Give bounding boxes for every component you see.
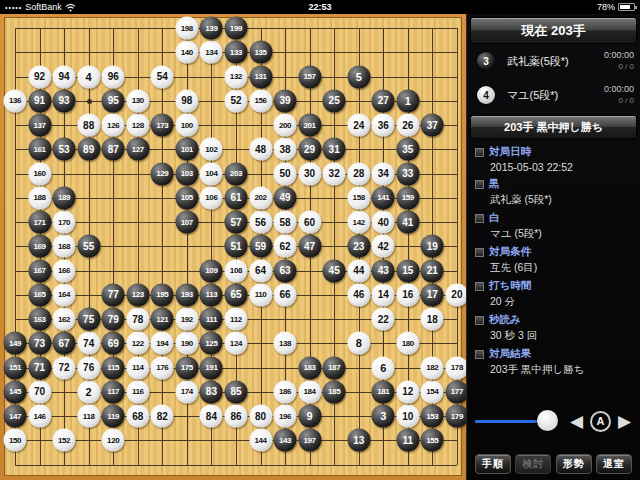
result-bar: 203手 黒中押し勝ち: [470, 115, 637, 139]
black-stone-1: 1: [396, 89, 419, 112]
black-stone-87: 87: [102, 138, 125, 161]
white-stone-158: 158: [347, 186, 370, 209]
bullet-icon: [475, 316, 484, 325]
black-stone-39: 39: [274, 89, 297, 112]
white-stone-126: 126: [102, 114, 125, 137]
white-stone-98: 98: [175, 89, 198, 112]
white-stone-12: 12: [396, 380, 419, 403]
black-stone-23: 23: [347, 235, 370, 258]
black-stone-121: 121: [151, 308, 174, 331]
white-stone-116: 116: [126, 380, 149, 403]
white-stone-108: 108: [224, 259, 247, 282]
white-stone-58: 58: [274, 211, 297, 234]
white-stone-150: 150: [4, 429, 27, 452]
black-stone-13: 13: [347, 429, 370, 452]
white-stone-16: 16: [396, 283, 419, 306]
white-stone-40: 40: [372, 211, 395, 234]
black-stone-71: 71: [28, 356, 51, 379]
white-stone-186: 186: [274, 380, 297, 403]
black-stone-31: 31: [323, 138, 346, 161]
black-stone-17: 17: [421, 283, 444, 306]
black-stone-45: 45: [323, 259, 346, 282]
black-stone-163: 163: [28, 308, 51, 331]
black-stone-183: 183: [298, 356, 321, 379]
white-stone-6: 6: [372, 356, 395, 379]
white-stone-170: 170: [53, 211, 76, 234]
bullet-icon: [475, 282, 484, 291]
black-player-name: 武礼薬(5段*): [507, 54, 569, 69]
white-stone-142: 142: [347, 211, 370, 234]
white-stone-178: 178: [445, 356, 468, 379]
player-row-white: 4 マユ(5段*) 0:00:00 0 / 0: [467, 78, 640, 112]
white-stone-176: 176: [151, 356, 174, 379]
black-stone-181: 181: [372, 380, 395, 403]
next-move-button[interactable]: ▶: [618, 413, 631, 430]
black-stone-25: 25: [323, 89, 346, 112]
black-stone-65: 65: [224, 283, 247, 306]
white-stone-138: 138: [274, 332, 297, 355]
white-stone-174: 174: [175, 380, 198, 403]
black-stone-107: 107: [175, 211, 198, 234]
white-stone-102: 102: [200, 138, 223, 161]
moves-button[interactable]: 手順: [475, 454, 511, 474]
white-stone-182: 182: [421, 356, 444, 379]
black-stone-161: 161: [28, 138, 51, 161]
black-stone-193: 193: [175, 283, 198, 306]
black-stone-135: 135: [249, 41, 272, 64]
bottom-button-row: 手順 検討 形勢 退室: [467, 454, 640, 474]
white-player-periods: 0 / 0: [604, 96, 634, 106]
white-stone-128: 128: [126, 114, 149, 137]
bullet-icon: [475, 148, 484, 157]
white-stone-160: 160: [28, 162, 51, 185]
black-stone-155: 155: [421, 429, 444, 452]
black-stone-11: 11: [396, 429, 419, 452]
white-stone-114: 114: [126, 356, 149, 379]
score-estimate-button[interactable]: 形勢: [556, 454, 592, 474]
black-stone-189: 189: [53, 186, 76, 209]
white-player-name: マユ(5段*): [507, 88, 558, 103]
white-stone-152: 152: [53, 429, 76, 452]
white-stone-4: 4: [77, 65, 100, 88]
black-stone-35: 35: [396, 138, 419, 161]
white-stone-88: 88: [77, 114, 100, 137]
black-stone-53: 53: [53, 138, 76, 161]
black-stone-59: 59: [249, 235, 272, 258]
white-stone-198: 198: [175, 17, 198, 40]
white-stone-22: 22: [372, 308, 395, 331]
white-stone-94: 94: [53, 65, 76, 88]
black-stone-197: 197: [298, 429, 321, 452]
white-stone-26: 26: [396, 114, 419, 137]
black-stone-145: 145: [4, 380, 27, 403]
info-item-conditions: 対局条件 互先 (6目): [475, 245, 632, 275]
white-stone-70: 70: [28, 380, 51, 403]
black-stone-143: 143: [274, 429, 297, 452]
black-stone-15: 15: [396, 259, 419, 282]
black-stone-173: 173: [151, 114, 174, 137]
white-stone-96: 96: [102, 65, 125, 88]
white-stone-92: 92: [28, 65, 51, 88]
black-stone-127: 127: [126, 138, 149, 161]
black-stone-171: 171: [28, 211, 51, 234]
black-stone-55: 55: [77, 235, 100, 258]
black-stone-133: 133: [224, 41, 247, 64]
leave-room-button[interactable]: 退室: [596, 454, 632, 474]
white-stone-86: 86: [224, 405, 247, 428]
black-stone-187: 187: [323, 356, 346, 379]
black-stone-195: 195: [151, 283, 174, 306]
black-stone-badge: 3: [477, 52, 495, 70]
white-stone-66: 66: [274, 283, 297, 306]
white-stone-20: 20: [445, 283, 468, 306]
black-stone-179: 179: [445, 405, 468, 428]
white-stone-72: 72: [53, 356, 76, 379]
white-stone-28: 28: [347, 162, 370, 185]
white-stone-64: 64: [249, 259, 272, 282]
board-frame: 1234568910111213141516171819202122232425…: [0, 14, 466, 480]
star-point: [87, 99, 92, 104]
black-stone-129: 129: [151, 162, 174, 185]
white-stone-188: 188: [28, 186, 51, 209]
white-stone-100: 100: [175, 114, 198, 137]
app-screen: ••••• SoftBank 22:53 78% 123456891011121…: [0, 0, 640, 480]
black-stone-89: 89: [77, 138, 100, 161]
white-stone-48: 48: [249, 138, 272, 161]
black-stone-153: 153: [421, 405, 444, 428]
info-item-byoyomi: 秒読み 30 秒 3 回: [475, 313, 632, 343]
white-stone-44: 44: [347, 259, 370, 282]
white-stone-166: 166: [53, 259, 76, 282]
black-stone-169: 169: [28, 235, 51, 258]
prev-move-button[interactable]: ◀: [570, 413, 583, 430]
white-stone-82: 82: [151, 405, 174, 428]
black-stone-77: 77: [102, 283, 125, 306]
black-stone-115: 115: [102, 356, 125, 379]
black-stone-185: 185: [323, 380, 346, 403]
white-stone-36: 36: [372, 114, 395, 137]
info-item-white: 白 マユ (5段*): [475, 211, 632, 241]
black-stone-47: 47: [298, 235, 321, 258]
white-stone-84: 84: [200, 405, 223, 428]
white-stone-196: 196: [274, 405, 297, 428]
white-stone-144: 144: [249, 429, 272, 452]
black-player-time: 0:00:00: [604, 50, 634, 61]
white-stone-52: 52: [224, 89, 247, 112]
white-stone-104: 104: [200, 162, 223, 185]
black-stone-21: 21: [421, 259, 444, 282]
white-stone-134: 134: [200, 41, 223, 64]
black-stone-203: 203: [224, 162, 247, 185]
white-stone-180: 180: [396, 332, 419, 355]
white-stone-184: 184: [298, 380, 321, 403]
black-stone-117: 117: [102, 380, 125, 403]
black-stone-175: 175: [175, 356, 198, 379]
info-item-result: 対局結果 203手 黒中押し勝ち: [475, 347, 632, 377]
auto-play-button[interactable]: A: [590, 411, 611, 432]
white-stone-136: 136: [4, 89, 27, 112]
game-info-list: 対局日時 2015-05-03 22:52 黒 武礼薬 (5段*) 白 マユ (…: [467, 139, 640, 377]
white-stone-140: 140: [175, 41, 198, 64]
move-slider[interactable]: [475, 410, 563, 432]
black-stone-57: 57: [224, 211, 247, 234]
black-stone-67: 67: [53, 332, 76, 355]
white-stone-112: 112: [224, 308, 247, 331]
black-stone-101: 101: [175, 138, 198, 161]
black-stone-29: 29: [298, 138, 321, 161]
white-stone-76: 76: [77, 356, 100, 379]
black-stone-19: 19: [421, 235, 444, 258]
white-stone-110: 110: [249, 283, 272, 306]
white-stone-124: 124: [224, 332, 247, 355]
black-stone-73: 73: [28, 332, 51, 355]
white-stone-74: 74: [77, 332, 100, 355]
black-stone-139: 139: [200, 17, 223, 40]
black-stone-69: 69: [102, 332, 125, 355]
white-stone-34: 34: [372, 162, 395, 185]
go-board[interactable]: 1234568910111213141516171819202122232425…: [4, 17, 462, 476]
white-stone-190: 190: [175, 332, 198, 355]
white-stone-62: 62: [274, 235, 297, 258]
white-stone-68: 68: [126, 405, 149, 428]
black-stone-177: 177: [445, 380, 468, 403]
black-stone-151: 151: [4, 356, 27, 379]
replay-controls: ◀ A ▶: [467, 404, 640, 438]
black-stone-113: 113: [200, 283, 223, 306]
black-stone-137: 137: [28, 114, 51, 137]
white-stone-50: 50: [274, 162, 297, 185]
white-stone-192: 192: [175, 308, 198, 331]
white-stone-8: 8: [347, 332, 370, 355]
bullet-icon: [475, 248, 484, 257]
white-stone-106: 106: [200, 186, 223, 209]
black-stone-125: 125: [200, 332, 223, 355]
white-stone-120: 120: [102, 429, 125, 452]
white-stone-30: 30: [298, 162, 321, 185]
white-stone-162: 162: [53, 308, 76, 331]
black-stone-61: 61: [224, 186, 247, 209]
black-stone-79: 79: [102, 308, 125, 331]
black-stone-93: 93: [53, 89, 76, 112]
black-stone-5: 5: [347, 65, 370, 88]
clock-label: 22:53: [0, 2, 640, 12]
review-button[interactable]: 検討: [515, 454, 551, 474]
black-stone-33: 33: [396, 162, 419, 185]
black-stone-149: 149: [4, 332, 27, 355]
black-player-periods: 0 / 0: [604, 62, 634, 72]
battery-percent-label: 78%: [597, 2, 615, 12]
bullet-icon: [475, 350, 484, 359]
move-counter-label: 現在 203手: [521, 22, 585, 40]
white-stone-54: 54: [151, 65, 174, 88]
black-stone-27: 27: [372, 89, 395, 112]
bullet-icon: [475, 180, 484, 189]
white-stone-42: 42: [372, 235, 395, 258]
black-stone-91: 91: [28, 89, 51, 112]
black-stone-37: 37: [421, 114, 444, 137]
black-stone-3: 3: [372, 405, 395, 428]
white-stone-154: 154: [421, 380, 444, 403]
game-info-sidebar: 現在 203手 3 武礼薬(5段*) 0:00:00 0 / 0 4 マユ(5段…: [466, 14, 640, 480]
black-stone-123: 123: [126, 283, 149, 306]
white-stone-78: 78: [126, 308, 149, 331]
black-stone-85: 85: [224, 380, 247, 403]
slider-knob[interactable]: [537, 410, 558, 431]
white-stone-80: 80: [249, 405, 272, 428]
black-stone-95: 95: [102, 89, 125, 112]
white-stone-194: 194: [151, 332, 174, 355]
white-stone-38: 38: [274, 138, 297, 161]
black-stone-51: 51: [224, 235, 247, 258]
black-stone-109: 109: [200, 259, 223, 282]
black-stone-159: 159: [396, 186, 419, 209]
black-stone-191: 191: [200, 356, 223, 379]
black-stone-165: 165: [28, 283, 51, 306]
black-stone-43: 43: [372, 259, 395, 282]
white-stone-18: 18: [421, 308, 444, 331]
info-item-main-time: 打ち時間 20 分: [475, 279, 632, 309]
info-item-black: 黒 武礼薬 (5段*): [475, 177, 632, 207]
white-stone-56: 56: [249, 211, 272, 234]
black-stone-167: 167: [28, 259, 51, 282]
white-stone-130: 130: [126, 89, 149, 112]
white-stone-118: 118: [77, 405, 100, 428]
black-stone-141: 141: [372, 186, 395, 209]
black-stone-119: 119: [102, 405, 125, 428]
player-row-black: 3 武礼薬(5段*) 0:00:00 0 / 0: [467, 44, 640, 78]
white-stone-46: 46: [347, 283, 370, 306]
white-stone-60: 60: [298, 211, 321, 234]
status-bar: ••••• SoftBank 22:53 78%: [0, 0, 640, 14]
black-stone-131: 131: [249, 65, 272, 88]
black-stone-105: 105: [175, 186, 198, 209]
white-stone-14: 14: [372, 283, 395, 306]
white-stone-2: 2: [77, 380, 100, 403]
black-stone-111: 111: [200, 308, 223, 331]
white-stone-132: 132: [224, 65, 247, 88]
white-stone-164: 164: [53, 283, 76, 306]
black-stone-63: 63: [274, 259, 297, 282]
white-stone-24: 24: [347, 114, 370, 137]
white-stone-badge: 4: [477, 86, 495, 104]
white-stone-202: 202: [249, 186, 272, 209]
black-stone-147: 147: [4, 405, 27, 428]
black-stone-9: 9: [298, 405, 321, 428]
white-stone-156: 156: [249, 89, 272, 112]
black-stone-199: 199: [224, 17, 247, 40]
white-stone-146: 146: [28, 405, 51, 428]
black-stone-103: 103: [175, 162, 198, 185]
battery-icon: [618, 3, 635, 11]
white-stone-168: 168: [53, 235, 76, 258]
black-stone-83: 83: [200, 380, 223, 403]
black-stone-157: 157: [298, 65, 321, 88]
black-stone-41: 41: [396, 211, 419, 234]
info-item-date: 対局日時 2015-05-03 22:52: [475, 145, 632, 173]
black-stone-75: 75: [77, 308, 100, 331]
black-stone-49: 49: [274, 186, 297, 209]
move-counter-bar: 現在 203手: [470, 17, 637, 44]
white-stone-10: 10: [396, 405, 419, 428]
white-player-time: 0:00:00: [604, 84, 634, 95]
black-stone-201: 201: [298, 114, 321, 137]
result-bar-label: 203手 黒中押し勝ち: [504, 120, 603, 135]
white-stone-200: 200: [274, 114, 297, 137]
white-stone-122: 122: [126, 332, 149, 355]
white-stone-32: 32: [323, 162, 346, 185]
bullet-icon: [475, 214, 484, 223]
